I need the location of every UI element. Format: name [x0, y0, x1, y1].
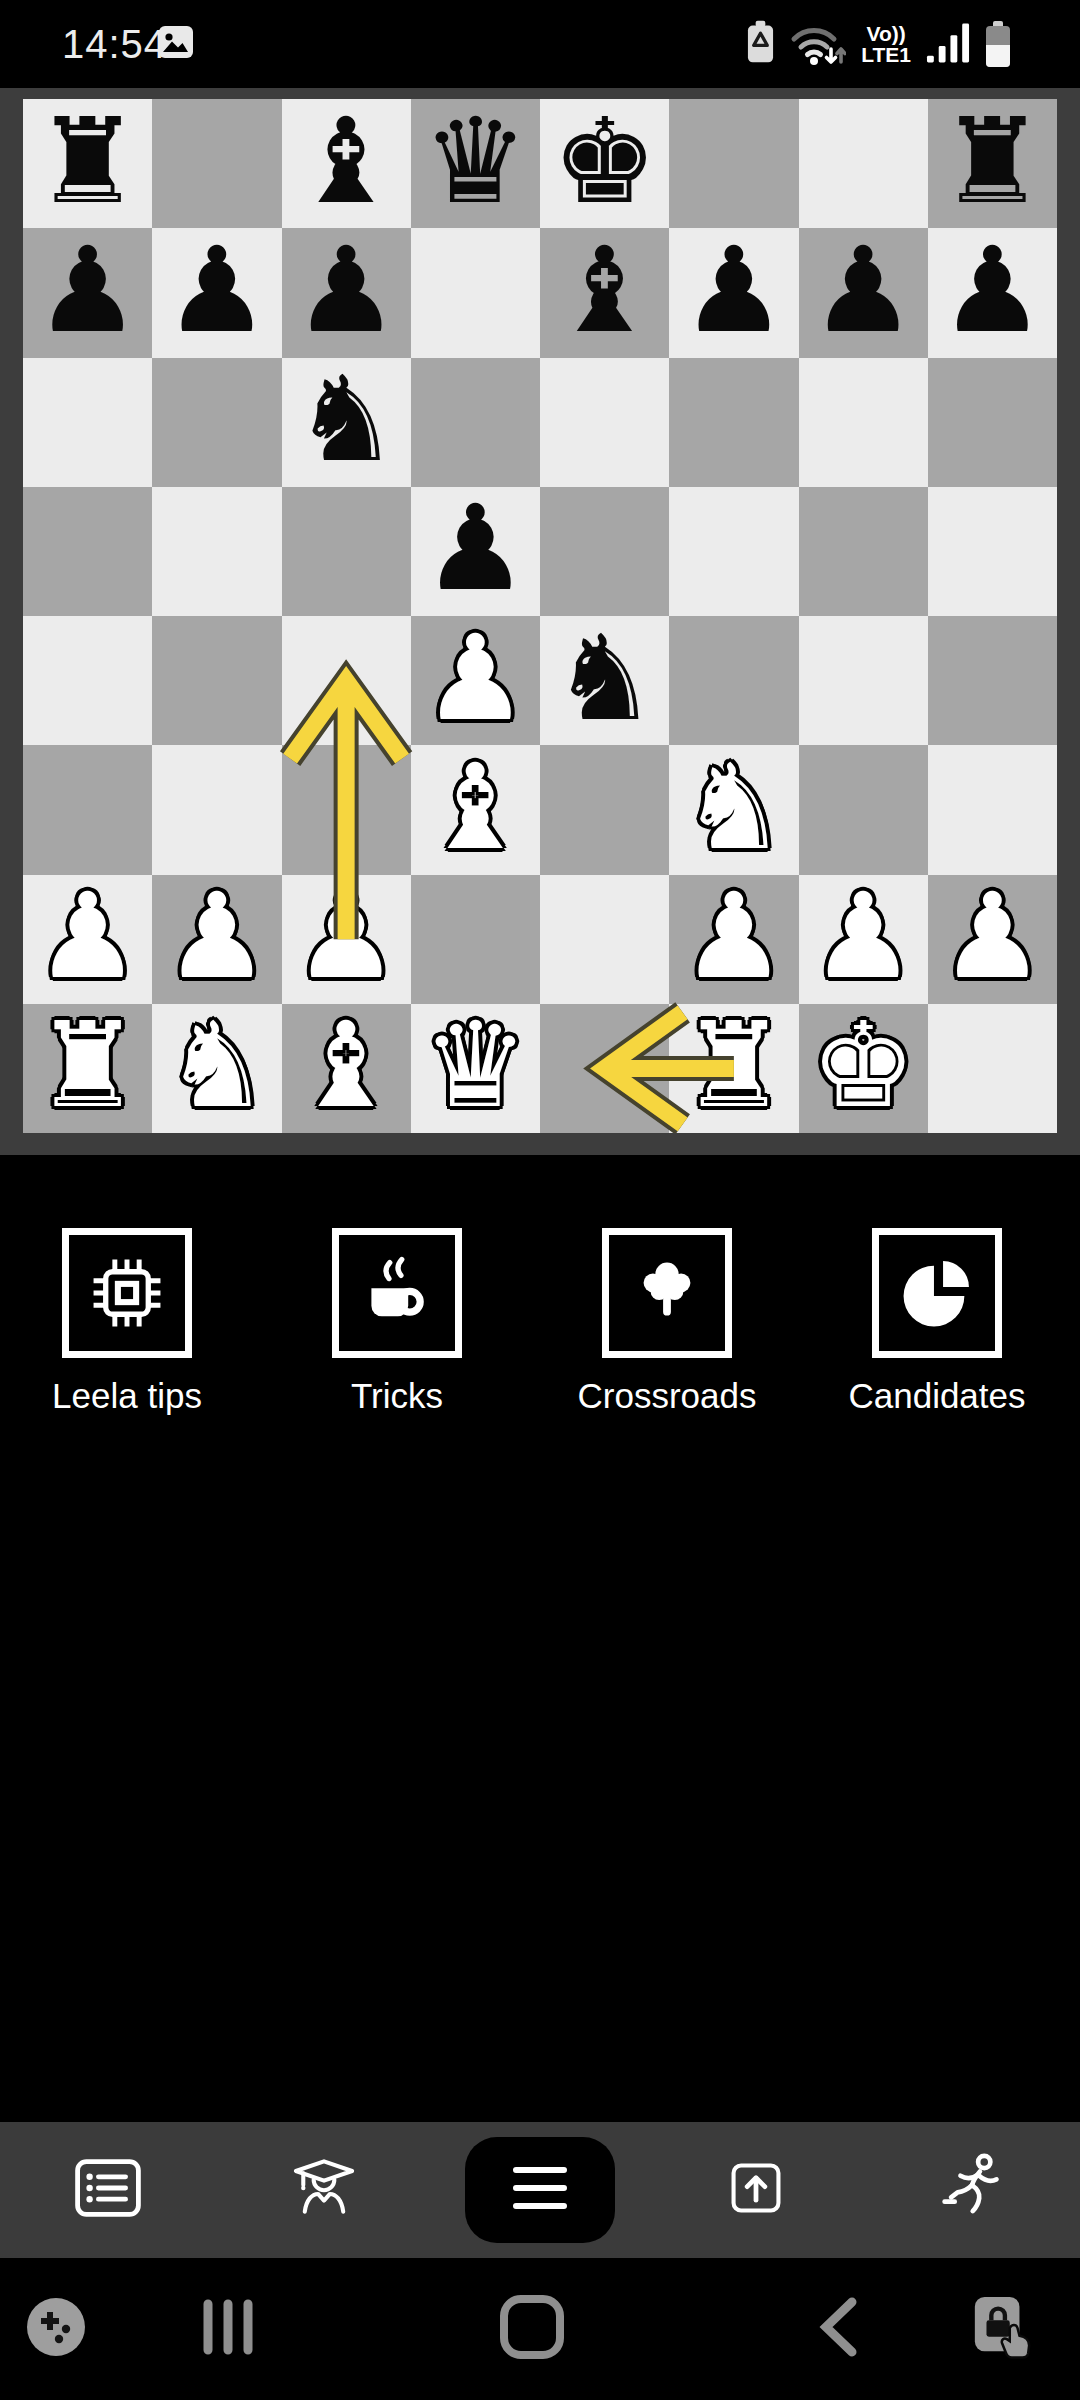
piece-black-pawn-h7[interactable]: ♟	[939, 231, 1045, 349]
signal-strength-icon	[926, 20, 971, 68]
feature-button-row: Leela tips Tricks Crossroads	[0, 1228, 1080, 1428]
pie-chart-icon	[872, 1228, 1002, 1358]
square-h2[interactable]: ♟	[928, 875, 1057, 1004]
square-a2[interactable]: ♟	[23, 875, 152, 1004]
status-bar: 14:54 Vo)) LTE	[0, 0, 1080, 88]
square-d7[interactable]	[411, 228, 540, 357]
square-f8[interactable]	[669, 99, 798, 228]
coffee-cup-icon	[332, 1228, 462, 1358]
coach-icon	[287, 2151, 361, 2229]
square-d2[interactable]	[411, 875, 540, 1004]
square-f7[interactable]: ♟	[669, 228, 798, 357]
square-b6[interactable]	[152, 358, 281, 487]
piece-black-bishop-e7[interactable]: ♝	[552, 231, 658, 349]
piece-white-pawn-f2[interactable]: ♟	[681, 877, 787, 995]
app-toolbar	[0, 2122, 1080, 2258]
piece-white-bishop-c1[interactable]: ♝	[293, 1006, 399, 1124]
square-g7[interactable]: ♟	[799, 228, 928, 357]
share-button[interactable]	[648, 2122, 864, 2258]
chip-icon	[62, 1228, 192, 1358]
square-c4[interactable]	[282, 616, 411, 745]
square-h1[interactable]	[928, 1004, 1057, 1133]
square-c7[interactable]: ♟	[282, 228, 411, 357]
square-d4[interactable]: ♟	[411, 616, 540, 745]
square-e2[interactable]	[540, 875, 669, 1004]
square-f4[interactable]	[669, 616, 798, 745]
square-a7[interactable]: ♟	[23, 228, 152, 357]
square-h6[interactable]	[928, 358, 1057, 487]
crossroads-button[interactable]: Crossroads	[557, 1228, 777, 1416]
move-list-icon	[68, 2152, 148, 2228]
practice-button[interactable]	[864, 2122, 1080, 2258]
square-f3[interactable]: ♞	[669, 745, 798, 874]
piece-white-rook-f1[interactable]: ♜	[681, 1006, 787, 1124]
square-f1[interactable]: ♜	[669, 1004, 798, 1133]
square-g4[interactable]	[799, 616, 928, 745]
feature-label: Leela tips	[52, 1376, 202, 1416]
square-f6[interactable]	[669, 358, 798, 487]
battery-saver-icon	[746, 20, 775, 68]
clock: 14:54	[62, 22, 167, 67]
android-nav-bar	[0, 2258, 1080, 2400]
piece-black-pawn-b7[interactable]: ♟	[164, 231, 270, 349]
piece-white-pawn-c2[interactable]: ♟	[293, 877, 399, 995]
square-h7[interactable]: ♟	[928, 228, 1057, 357]
piece-black-pawn-d5[interactable]: ♟	[422, 489, 528, 607]
piece-black-knight-e4[interactable]: ♞	[552, 619, 658, 737]
piece-white-pawn-b2[interactable]: ♟	[164, 877, 270, 995]
square-c6[interactable]: ♞	[282, 358, 411, 487]
square-d1[interactable]: ♛	[411, 1004, 540, 1133]
square-c1[interactable]: ♝	[282, 1004, 411, 1133]
menu-icon	[508, 2158, 572, 2222]
square-c5[interactable]	[282, 487, 411, 616]
piece-black-pawn-a7[interactable]: ♟	[35, 231, 141, 349]
share-icon	[722, 2154, 790, 2226]
square-b8[interactable]	[152, 99, 281, 228]
square-g3[interactable]	[799, 745, 928, 874]
feature-label: Crossroads	[578, 1376, 757, 1416]
square-b4[interactable]	[152, 616, 281, 745]
piece-white-pawn-g2[interactable]: ♟	[810, 877, 916, 995]
square-g1[interactable]: ♚	[799, 1004, 928, 1133]
status-icons: Vo)) LTE1	[746, 0, 1010, 88]
piece-black-pawn-g7[interactable]: ♟	[810, 231, 916, 349]
piece-black-queen-d8[interactable]: ♛	[422, 102, 528, 220]
square-e7[interactable]: ♝	[540, 228, 669, 357]
square-b3[interactable]	[152, 745, 281, 874]
move-list-button[interactable]	[0, 2122, 216, 2258]
piece-black-knight-c6[interactable]: ♞	[293, 360, 399, 478]
gallery-icon	[158, 24, 194, 64]
wifi-icon	[790, 17, 846, 71]
square-e1[interactable]	[540, 1004, 669, 1133]
square-f5[interactable]	[669, 487, 798, 616]
tricks-button[interactable]: Tricks	[287, 1228, 507, 1416]
home-icon[interactable]	[499, 2294, 565, 2364]
piece-black-rook-a8[interactable]: ♜	[35, 102, 141, 220]
square-a6[interactable]	[23, 358, 152, 487]
square-e6[interactable]	[540, 358, 669, 487]
square-b7[interactable]: ♟	[152, 228, 281, 357]
piece-white-pawn-h2[interactable]: ♟	[939, 877, 1045, 995]
candidates-button[interactable]: Candidates	[827, 1228, 1047, 1416]
square-e3[interactable]	[540, 745, 669, 874]
square-d3[interactable]: ♝	[411, 745, 540, 874]
piece-white-rook-a1[interactable]: ♜	[35, 1006, 141, 1124]
menu-pill	[465, 2137, 615, 2243]
game-booster-icon[interactable]	[26, 2297, 86, 2361]
square-a1[interactable]: ♜	[23, 1004, 152, 1133]
coach-button[interactable]	[216, 2122, 432, 2258]
piece-black-bishop-c8[interactable]: ♝	[293, 102, 399, 220]
square-c8[interactable]: ♝	[282, 99, 411, 228]
square-c3[interactable]	[282, 745, 411, 874]
touch-lock-icon[interactable]	[970, 2295, 1034, 2363]
square-c2[interactable]: ♟	[282, 875, 411, 1004]
piece-black-king-e8[interactable]: ♚	[552, 102, 658, 220]
square-b1[interactable]: ♞	[152, 1004, 281, 1133]
piece-black-pawn-f7[interactable]: ♟	[681, 231, 787, 349]
square-e4[interactable]: ♞	[540, 616, 669, 745]
piece-white-pawn-d4[interactable]: ♟	[422, 619, 528, 737]
piece-white-knight-f3[interactable]: ♞	[681, 748, 787, 866]
square-g2[interactable]: ♟	[799, 875, 928, 1004]
menu-button[interactable]	[432, 2122, 648, 2258]
square-a4[interactable]	[23, 616, 152, 745]
square-e5[interactable]	[540, 487, 669, 616]
square-h5[interactable]	[928, 487, 1057, 616]
back-icon[interactable]	[816, 2296, 860, 2362]
battery-icon	[986, 21, 1010, 67]
piece-black-pawn-c7[interactable]: ♟	[293, 231, 399, 349]
tree-icon	[602, 1228, 732, 1358]
square-d8[interactable]: ♛	[411, 99, 540, 228]
square-b5[interactable]	[152, 487, 281, 616]
square-h3[interactable]	[928, 745, 1057, 874]
practice-icon	[936, 2152, 1008, 2228]
chess-board-frame: ♜♝♛♚♜♟♟♟♝♟♟♟♞♟♟♞♝♞♟♟♟♟♟♟♜♞♝♛♜♚	[0, 88, 1080, 1155]
square-e8[interactable]: ♚	[540, 99, 669, 228]
square-h4[interactable]	[928, 616, 1057, 745]
piece-white-pawn-a2[interactable]: ♟	[35, 877, 141, 995]
square-a5[interactable]	[23, 487, 152, 616]
square-g5[interactable]	[799, 487, 928, 616]
piece-white-bishop-d3[interactable]: ♝	[422, 748, 528, 866]
square-d6[interactable]	[411, 358, 540, 487]
recents-icon[interactable]	[202, 2299, 254, 2359]
piece-white-king-g1[interactable]: ♚	[810, 1006, 916, 1124]
square-a8[interactable]: ♜	[23, 99, 152, 228]
square-f2[interactable]: ♟	[669, 875, 798, 1004]
square-a3[interactable]	[23, 745, 152, 874]
piece-white-knight-b1[interactable]: ♞	[164, 1006, 270, 1124]
square-h8[interactable]: ♜	[928, 99, 1057, 228]
square-b2[interactable]: ♟	[152, 875, 281, 1004]
piece-black-rook-h8[interactable]: ♜	[939, 102, 1045, 220]
square-g8[interactable]	[799, 99, 928, 228]
piece-white-queen-d1[interactable]: ♛	[422, 1006, 528, 1124]
volte-indicator: Vo)) LTE1	[861, 23, 911, 65]
square-g6[interactable]	[799, 358, 928, 487]
feature-label: Tricks	[351, 1376, 443, 1416]
leela-tips-button[interactable]: Leela tips	[17, 1228, 237, 1416]
feature-label: Candidates	[848, 1376, 1025, 1416]
chess-board[interactable]: ♜♝♛♚♜♟♟♟♝♟♟♟♞♟♟♞♝♞♟♟♟♟♟♟♜♞♝♛♜♚	[23, 99, 1057, 1133]
square-d5[interactable]: ♟	[411, 487, 540, 616]
